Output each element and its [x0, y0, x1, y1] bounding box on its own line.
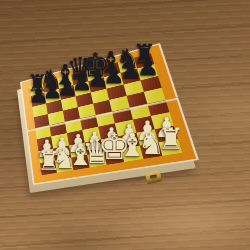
- piece-white-pawn-g2: ♟: [136, 118, 160, 145]
- piece-white-king-e1: ♚: [98, 129, 131, 165]
- piece-white-rook-h1: ♜: [158, 126, 185, 156]
- piece-black-pawn-f7: ♟: [103, 63, 125, 87]
- piece-black-pawn-c7: ♟: [57, 75, 78, 98]
- chess-set-photo: ♜♞♝♛♚♝♞♜♟♟♟♟♟♟♟♟♟♟♟♟♟♟♟♟♜♞♝♛♚♝♞♜: [0, 0, 250, 250]
- piece-white-pawn-b2: ♟: [51, 135, 73, 159]
- piece-black-knight-g8: ♞: [115, 45, 139, 72]
- clasp-slot: [150, 174, 158, 179]
- piece-black-pawn-h7: ♟: [137, 54, 160, 79]
- piece-black-king-e8: ♚: [81, 49, 110, 82]
- piece-white-pawn-e2: ♟: [100, 125, 123, 151]
- piece-black-knight-b8: ♞: [40, 67, 62, 92]
- piece-black-rook-a8: ♜: [27, 72, 48, 95]
- piece-white-knight-g1: ♞: [138, 128, 165, 158]
- piece-white-pawn-f2: ♟: [117, 121, 140, 147]
- piece-black-pawn-d7: ♟: [72, 71, 93, 94]
- piece-black-pawn-g7: ♟: [120, 58, 142, 83]
- piece-black-rook-h8: ♜: [133, 41, 157, 67]
- piece-white-pawn-d2: ♟: [83, 128, 106, 153]
- piece-white-bishop-f1: ♝: [118, 130, 147, 162]
- piece-white-knight-b1: ♞: [52, 145, 77, 172]
- piece-white-pawn-c2: ♟: [67, 132, 89, 157]
- piece-black-pawn-a7: ♟: [29, 83, 49, 105]
- piece-black-bishop-f8: ♝: [98, 48, 124, 77]
- piece-white-bishop-c1: ♝: [67, 140, 94, 170]
- piece-white-rook-a1: ♜: [37, 149, 60, 175]
- piece-white-pawn-a2: ♟: [36, 138, 57, 162]
- piece-black-queen-d8: ♛: [66, 55, 93, 86]
- piece-black-pawn-b7: ♟: [43, 79, 63, 102]
- piece-white-queen-d1: ♛: [82, 134, 112, 168]
- piece-black-pawn-e7: ♟: [87, 67, 108, 91]
- pieces-layer: ♜♞♝♛♚♝♞♜♟♟♟♟♟♟♟♟♟♟♟♟♟♟♟♟♜♞♝♛♚♝♞♜: [0, 0, 250, 250]
- piece-black-bishop-c8: ♝: [53, 61, 77, 88]
- piece-white-pawn-h2: ♟: [154, 114, 178, 141]
